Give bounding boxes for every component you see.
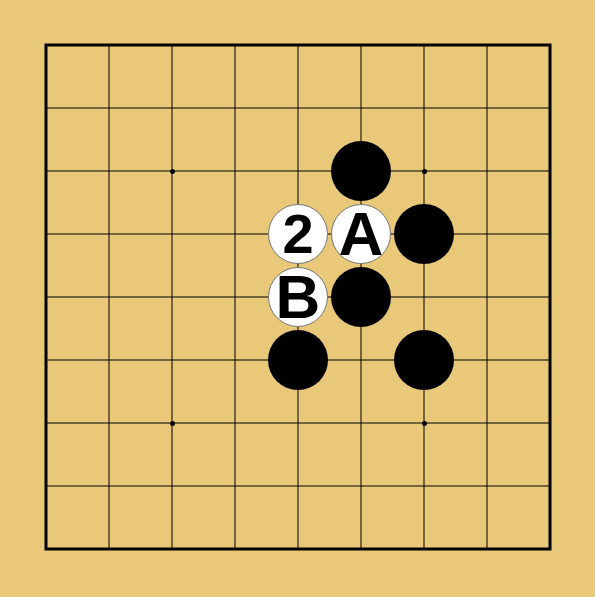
board-point-6-3 <box>393 203 456 266</box>
black-stone <box>331 141 391 201</box>
star-point-dot <box>422 421 427 426</box>
board-point-5-4 <box>330 266 393 329</box>
black-stone <box>331 267 391 327</box>
white-stone-A[interactable]: A <box>331 204 391 264</box>
board-point-6-5 <box>393 329 456 392</box>
star-point-dot <box>422 169 427 174</box>
star-point-dot <box>170 169 175 174</box>
black-stone <box>268 330 328 390</box>
stone-label: 2 <box>282 214 313 254</box>
board-point-4-4: B <box>267 266 330 329</box>
star-point <box>393 140 456 203</box>
go-board: 2AB <box>0 0 595 597</box>
stones-grid: 2AB <box>15 14 582 581</box>
star-point-dot <box>170 421 175 426</box>
white-stone-2[interactable]: 2 <box>268 204 328 264</box>
star-point <box>393 392 456 455</box>
star-point <box>141 392 204 455</box>
black-stone <box>394 204 454 264</box>
white-stone-B[interactable]: B <box>268 267 328 327</box>
stone-label: A <box>339 212 384 257</box>
board-point-4-5 <box>267 329 330 392</box>
star-point <box>141 140 204 203</box>
board-point-5-3: A <box>330 203 393 266</box>
board-point-5-2 <box>330 140 393 203</box>
black-stone <box>394 330 454 390</box>
board-point-4-3: 2 <box>267 203 330 266</box>
stone-label: B <box>276 275 321 320</box>
